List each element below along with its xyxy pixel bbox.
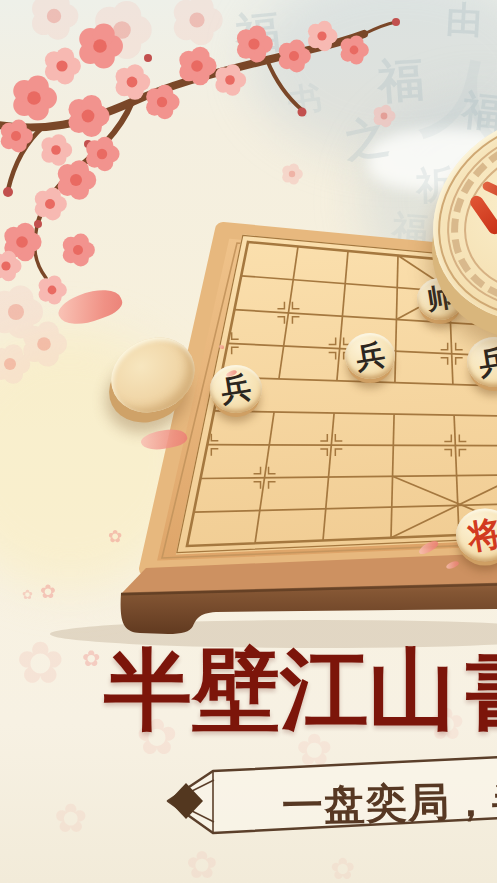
xiangqi-board — [0, 0, 497, 700]
banner-text-main: 一盘奕局， — [282, 778, 493, 828]
title-text: 半壁江山 — [104, 642, 456, 739]
splash-title: 半壁江山書 — [104, 640, 497, 741]
slogan-banner: 一盘奕局，半 — [0, 740, 497, 860]
banner-text: 一盘奕局，半 — [281, 773, 497, 833]
title-partial-char: 書 — [466, 642, 497, 739]
banner-partial-char: 半 — [491, 777, 497, 824]
splash-screen: 福由福福书之祈福人 ✿✿✿✿✿✿✿✿✿✿✿ 帅兵兵兵将 — [0, 0, 497, 883]
